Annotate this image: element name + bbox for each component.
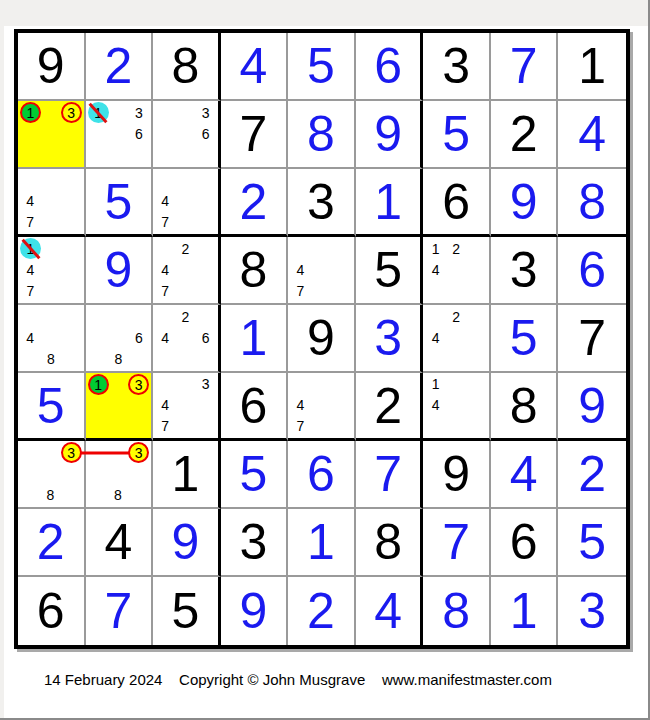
candidates: 38: [86, 441, 152, 507]
cell-r7c9[interactable]: 2: [558, 441, 626, 509]
given-digit: 5: [356, 237, 421, 303]
given-digit: 7: [558, 305, 626, 371]
candidate-7: 7: [290, 415, 311, 436]
cell-r6c5[interactable]: 47: [288, 373, 356, 441]
candidate-1: 1: [425, 238, 446, 259]
cell-r4c1[interactable]: 147: [18, 237, 86, 305]
cell-r3c1[interactable]: 47: [18, 169, 86, 237]
candidates: 246: [153, 305, 218, 371]
cell-r1c6[interactable]: 6: [356, 33, 424, 101]
candidate-1: 1: [425, 374, 446, 395]
cell-r8c3[interactable]: 9: [153, 509, 221, 577]
given-digit: 6: [423, 169, 489, 234]
candidate-7: 7: [290, 280, 311, 301]
candidate-8: 8: [40, 484, 60, 505]
solved-digit: 9: [491, 169, 557, 234]
given-digit: 4: [86, 509, 152, 575]
candidate-4: 4: [155, 395, 175, 416]
candidate-8: 8: [108, 348, 129, 369]
cell-r3c4[interactable]: 2: [221, 169, 289, 237]
candidates: 147: [18, 237, 84, 303]
cell-r5c2[interactable]: 68: [86, 305, 154, 373]
given-digit: 8: [153, 33, 218, 99]
cell-r8c6[interactable]: 8: [356, 509, 424, 577]
solved-digit: 4: [491, 441, 557, 507]
cell-r7c7[interactable]: 9: [423, 441, 491, 509]
candidates: 13: [18, 101, 84, 167]
solved-digit: 8: [558, 169, 626, 234]
candidate-8: 8: [108, 484, 128, 505]
cell-r3c8[interactable]: 9: [491, 169, 559, 237]
candidates: 68: [86, 305, 152, 371]
given-digit: 2: [491, 101, 557, 167]
cell-r1c8[interactable]: 7: [491, 33, 559, 101]
cell-r9c8[interactable]: 1: [491, 577, 559, 645]
candidate-2: 2: [446, 238, 467, 259]
cell-r4c4[interactable]: 8: [221, 237, 289, 305]
cell-r6c1[interactable]: 5: [18, 373, 86, 441]
candidate-6: 6: [129, 123, 149, 144]
candidate-6: 6: [195, 123, 215, 144]
candidates: 124: [423, 237, 489, 303]
candidate-4: 4: [290, 259, 311, 280]
candidate-4: 4: [425, 327, 446, 348]
candidate-3: 3: [129, 102, 149, 123]
candidates: 24: [423, 305, 489, 371]
solved-digit: 9: [558, 373, 626, 438]
candidate-7: 7: [155, 280, 175, 301]
cell-r5c1[interactable]: 48: [18, 305, 86, 373]
cell-r6c6[interactable]: 2: [356, 373, 424, 441]
elimination-strike: [89, 102, 108, 123]
solved-digit: 7: [491, 33, 557, 99]
solved-digit: 3: [558, 577, 626, 645]
candidate-3: 3: [61, 102, 82, 123]
cell-r9c6[interactable]: 4: [356, 577, 424, 645]
candidates: 38: [18, 441, 84, 507]
given-digit: 6: [221, 373, 287, 438]
window-chrome-left: [0, 0, 4, 720]
cell-r2c1[interactable]: 13: [18, 101, 86, 169]
given-digit: 8: [356, 509, 421, 575]
candidate-7: 7: [155, 415, 175, 436]
sudoku-page: 9284563711313636789524475472316981479247…: [0, 0, 650, 720]
given-digit: 1: [558, 33, 626, 99]
red-circled-candidate: 3: [61, 102, 82, 123]
cell-r8c5[interactable]: 1: [288, 509, 356, 577]
cell-r8c1[interactable]: 2: [18, 509, 86, 577]
candidate-1: 1: [88, 102, 109, 123]
eliminated-candidate: 1: [20, 238, 41, 259]
candidate-2: 2: [175, 238, 195, 259]
cell-r8c9[interactable]: 5: [558, 509, 626, 577]
given-digit: 9: [288, 305, 354, 371]
cell-r7c1[interactable]: 38: [18, 441, 86, 509]
cell-r1c4[interactable]: 4: [221, 33, 289, 101]
cell-r9c4[interactable]: 9: [221, 577, 289, 645]
cell-r6c7[interactable]: 14: [423, 373, 491, 441]
cell-r1c5[interactable]: 5: [288, 33, 356, 101]
cell-r1c3[interactable]: 8: [153, 33, 221, 101]
solved-digit: 6: [356, 33, 421, 99]
solved-digit: 5: [288, 33, 354, 99]
candidate-8: 8: [41, 348, 62, 369]
given-digit: 6: [18, 577, 84, 645]
cell-r7c2[interactable]: 38: [86, 441, 154, 509]
cell-r3c2[interactable]: 5: [86, 169, 154, 237]
cell-r6c4[interactable]: 6: [221, 373, 289, 441]
solved-digit: 1: [221, 305, 287, 371]
candidate-4: 4: [155, 191, 175, 212]
candidate-3: 3: [195, 102, 215, 123]
solved-digit: 5: [491, 305, 557, 371]
cell-r7c8[interactable]: 4: [491, 441, 559, 509]
sudoku-board: 9284563711313636789524475472316981479247…: [14, 29, 630, 649]
candidate-4: 4: [425, 395, 446, 416]
given-digit: 8: [491, 373, 557, 438]
cell-r6c8[interactable]: 8: [491, 373, 559, 441]
solved-digit: 2: [288, 577, 354, 645]
cell-r5c4[interactable]: 1: [221, 305, 289, 373]
cell-r2c7[interactable]: 5: [423, 101, 491, 169]
candidates: 47: [18, 169, 84, 234]
cell-r2c9[interactable]: 4: [558, 101, 626, 169]
solved-digit: 8: [423, 577, 489, 645]
cell-r2c6[interactable]: 9: [356, 101, 424, 169]
yellow-circled-candidate: 3: [128, 442, 149, 463]
solved-digit: 6: [558, 237, 626, 303]
cell-r1c7[interactable]: 3: [423, 33, 491, 101]
candidates: 47: [288, 373, 354, 438]
candidates: 47: [288, 237, 354, 303]
cell-r3c9[interactable]: 8: [558, 169, 626, 237]
given-digit: 3: [221, 509, 287, 575]
solved-digit: 5: [18, 373, 84, 438]
cell-r7c3[interactable]: 1: [153, 441, 221, 509]
solved-digit: 1: [288, 509, 354, 575]
cell-r9c7[interactable]: 8: [423, 577, 491, 645]
solved-digit: 3: [356, 305, 421, 371]
candidate-4: 4: [290, 395, 311, 416]
given-digit: 5: [153, 577, 218, 645]
cell-r7c6[interactable]: 7: [356, 441, 424, 509]
cell-r9c2[interactable]: 7: [86, 577, 154, 645]
given-digit: 3: [288, 169, 354, 234]
footer-caption: 14 February 2024 Copyright © John Musgra…: [44, 671, 552, 688]
candidate-3: 3: [195, 374, 215, 395]
candidate-1: 1: [20, 102, 41, 123]
cell-r3c7[interactable]: 6: [423, 169, 491, 237]
solved-digit: 2: [86, 33, 152, 99]
cell-r5c6[interactable]: 3: [356, 305, 424, 373]
given-digit: 3: [423, 33, 489, 99]
cell-r2c3[interactable]: 36: [153, 101, 221, 169]
solved-digit: 6: [288, 441, 354, 507]
solved-digit: 5: [86, 169, 152, 234]
candidate-4: 4: [155, 259, 175, 280]
candidates: 136: [86, 101, 152, 167]
solved-digit: 9: [153, 509, 218, 575]
solved-digit: 1: [491, 577, 557, 645]
candidates: 347: [153, 373, 218, 438]
cell-r3c6[interactable]: 1: [356, 169, 424, 237]
cell-r4c2[interactable]: 9: [86, 237, 154, 305]
cell-r4c7[interactable]: 124: [423, 237, 491, 305]
cell-r5c7[interactable]: 24: [423, 305, 491, 373]
cell-r9c3[interactable]: 5: [153, 577, 221, 645]
cell-r8c8[interactable]: 6: [491, 509, 559, 577]
cell-r6c3[interactable]: 347: [153, 373, 221, 441]
candidate-6: 6: [129, 327, 150, 348]
solved-digit: 5: [221, 441, 287, 507]
cell-r5c5[interactable]: 9: [288, 305, 356, 373]
given-digit: 7: [221, 101, 287, 167]
candidate-6: 6: [195, 327, 215, 348]
cell-r5c3[interactable]: 246: [153, 305, 221, 373]
solved-digit: 7: [86, 577, 152, 645]
solved-digit: 7: [356, 441, 421, 507]
candidates: 14: [423, 373, 489, 438]
cell-r4c3[interactable]: 247: [153, 237, 221, 305]
candidates: 13: [86, 373, 152, 438]
cell-r4c9[interactable]: 6: [558, 237, 626, 305]
candidates: 247: [153, 237, 218, 303]
cell-r8c2[interactable]: 4: [86, 509, 154, 577]
cell-r6c9[interactable]: 9: [558, 373, 626, 441]
cell-r9c1[interactable]: 6: [18, 577, 86, 645]
elimination-strike: [21, 238, 40, 259]
solved-digit: 1: [356, 169, 421, 234]
solved-digit: 4: [356, 577, 421, 645]
candidate-4: 4: [425, 259, 446, 280]
cell-r1c9[interactable]: 1: [558, 33, 626, 101]
red-circled-candidate: 3: [128, 374, 149, 395]
green-circled-candidate: 1: [88, 374, 109, 395]
candidate-1: 1: [20, 238, 41, 259]
cell-r7c4[interactable]: 5: [221, 441, 289, 509]
given-digit: 1: [153, 441, 218, 507]
cell-r7c5[interactable]: 6: [288, 441, 356, 509]
cell-r8c4[interactable]: 3: [221, 509, 289, 577]
candidate-7: 7: [155, 211, 175, 232]
candidate-3: 3: [128, 442, 149, 463]
candidate-3: 3: [61, 442, 82, 463]
candidates: 36: [153, 101, 218, 167]
candidate-7: 7: [20, 280, 41, 301]
yellow-circled-candidate: 3: [61, 442, 82, 463]
candidate-4: 4: [20, 191, 41, 212]
solved-digit: 4: [558, 101, 626, 167]
cell-r9c9[interactable]: 3: [558, 577, 626, 645]
solved-digit: 5: [558, 509, 626, 575]
candidate-2: 2: [175, 306, 195, 327]
candidates: 47: [153, 169, 218, 234]
given-digit: 9: [423, 441, 489, 507]
candidate-4: 4: [20, 327, 41, 348]
cell-r4c6[interactable]: 5: [356, 237, 424, 305]
candidate-4: 4: [20, 259, 41, 280]
sudoku-grid: 9284563711313636789524475472316981479247…: [18, 33, 626, 645]
solved-digit: 2: [221, 169, 287, 234]
solved-digit: 9: [221, 577, 287, 645]
solved-digit: 5: [423, 101, 489, 167]
solved-digit: 4: [221, 33, 287, 99]
solved-digit: 2: [558, 441, 626, 507]
eliminated-candidate: 1: [88, 102, 109, 123]
solved-digit: 7: [423, 509, 489, 575]
solved-digit: 9: [356, 101, 421, 167]
cell-r2c2[interactable]: 136: [86, 101, 154, 169]
green-circled-candidate: 1: [20, 102, 41, 123]
cell-r4c5[interactable]: 47: [288, 237, 356, 305]
cell-r4c8[interactable]: 3: [491, 237, 559, 305]
window-chrome-top: [0, 0, 650, 26]
given-digit: 9: [18, 33, 84, 99]
given-digit: 6: [491, 509, 557, 575]
given-digit: 3: [491, 237, 557, 303]
cell-r3c3[interactable]: 47: [153, 169, 221, 237]
solved-digit: 2: [18, 509, 84, 575]
cell-r2c4[interactable]: 7: [221, 101, 289, 169]
given-digit: 2: [356, 373, 421, 438]
candidate-1: 1: [88, 374, 109, 395]
cell-r1c2[interactable]: 2: [86, 33, 154, 101]
cell-r9c5[interactable]: 2: [288, 577, 356, 645]
candidate-3: 3: [128, 374, 149, 395]
solved-digit: 8: [288, 101, 354, 167]
candidate-2: 2: [446, 306, 467, 327]
candidates: 48: [18, 305, 84, 371]
solved-digit: 9: [86, 237, 152, 303]
cell-r5c9[interactable]: 7: [558, 305, 626, 373]
cell-r1c1[interactable]: 9: [18, 33, 86, 101]
cell-r6c2[interactable]: 13: [86, 373, 154, 441]
cell-r8c7[interactable]: 7: [423, 509, 491, 577]
cell-r2c8[interactable]: 2: [491, 101, 559, 169]
candidate-4: 4: [155, 327, 175, 348]
cell-r2c5[interactable]: 8: [288, 101, 356, 169]
candidate-7: 7: [20, 211, 41, 232]
given-digit: 8: [221, 237, 287, 303]
cell-r5c8[interactable]: 5: [491, 305, 559, 373]
cell-r3c5[interactable]: 3: [288, 169, 356, 237]
